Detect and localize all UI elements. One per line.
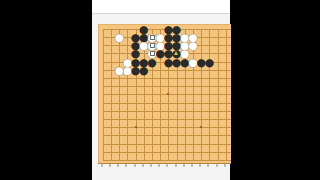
coordinate-tick (117, 164, 119, 167)
coordinate-tick (224, 164, 226, 167)
coordinate-tick (158, 164, 160, 167)
coordinate-tick (207, 164, 209, 167)
grid-line-horizontal (103, 144, 231, 145)
grid-line-horizontal (103, 160, 231, 161)
top-bar (92, 0, 230, 14)
grid-line-vertical (209, 29, 210, 161)
black-stone: ● (205, 58, 213, 66)
black-stone: ● (140, 66, 148, 74)
coordinate-tick (134, 164, 136, 167)
grid-line-horizontal (103, 78, 231, 79)
letterbox-left (0, 0, 92, 180)
go-board[interactable]: ●●●●●●●●●●●●●●●●●●●●●●●●●●●●●●●●●●●●●●●● (98, 24, 231, 163)
app-content: ●●●●●●●●●●●●●●●●●●●●●●●●●●●●●●●●●●●●●●●● (92, 0, 230, 180)
coordinate-tick (150, 164, 152, 167)
white-stone: ● (115, 33, 123, 41)
triangle-mark (174, 51, 178, 55)
grid-line-vertical (201, 29, 202, 161)
grid-line-horizontal (103, 127, 231, 128)
stone-glyph: ● (205, 57, 214, 65)
black-stone: ● (148, 58, 156, 66)
square-mark (150, 43, 155, 48)
stone-glyph: ● (147, 57, 156, 65)
coordinate-tick (101, 164, 103, 167)
coordinate-tick (183, 164, 185, 167)
coordinate-ticks (92, 164, 230, 168)
stone-glyph: ● (114, 32, 123, 40)
screenshot-canvas: ●●●●●●●●●●●●●●●●●●●●●●●●●●●●●●●●●●●●●●●● (0, 0, 320, 180)
letterbox-right (230, 0, 320, 180)
star-point (135, 126, 137, 128)
coordinate-tick (125, 164, 127, 167)
grid-line-horizontal (103, 111, 231, 112)
coordinate-tick (191, 164, 193, 167)
white-stone: ● (189, 41, 197, 49)
grid-line-horizontal (103, 86, 231, 87)
coordinate-tick (166, 164, 168, 167)
coordinate-tick (199, 164, 201, 167)
grid-line-horizontal (103, 152, 231, 153)
grid-line-vertical (218, 29, 219, 161)
grid-line-horizontal (103, 135, 231, 136)
coordinate-tick (142, 164, 144, 167)
coordinate-tick (109, 164, 111, 167)
grid-line-horizontal (103, 119, 231, 120)
coordinate-tick (175, 164, 177, 167)
coordinate-tick (216, 164, 218, 167)
stone-glyph: ● (188, 41, 197, 49)
grid-line-horizontal (103, 103, 231, 104)
square-mark (150, 35, 155, 40)
square-mark (150, 51, 155, 56)
stone-glyph: ● (139, 65, 148, 73)
grid-line-vertical (226, 29, 227, 161)
